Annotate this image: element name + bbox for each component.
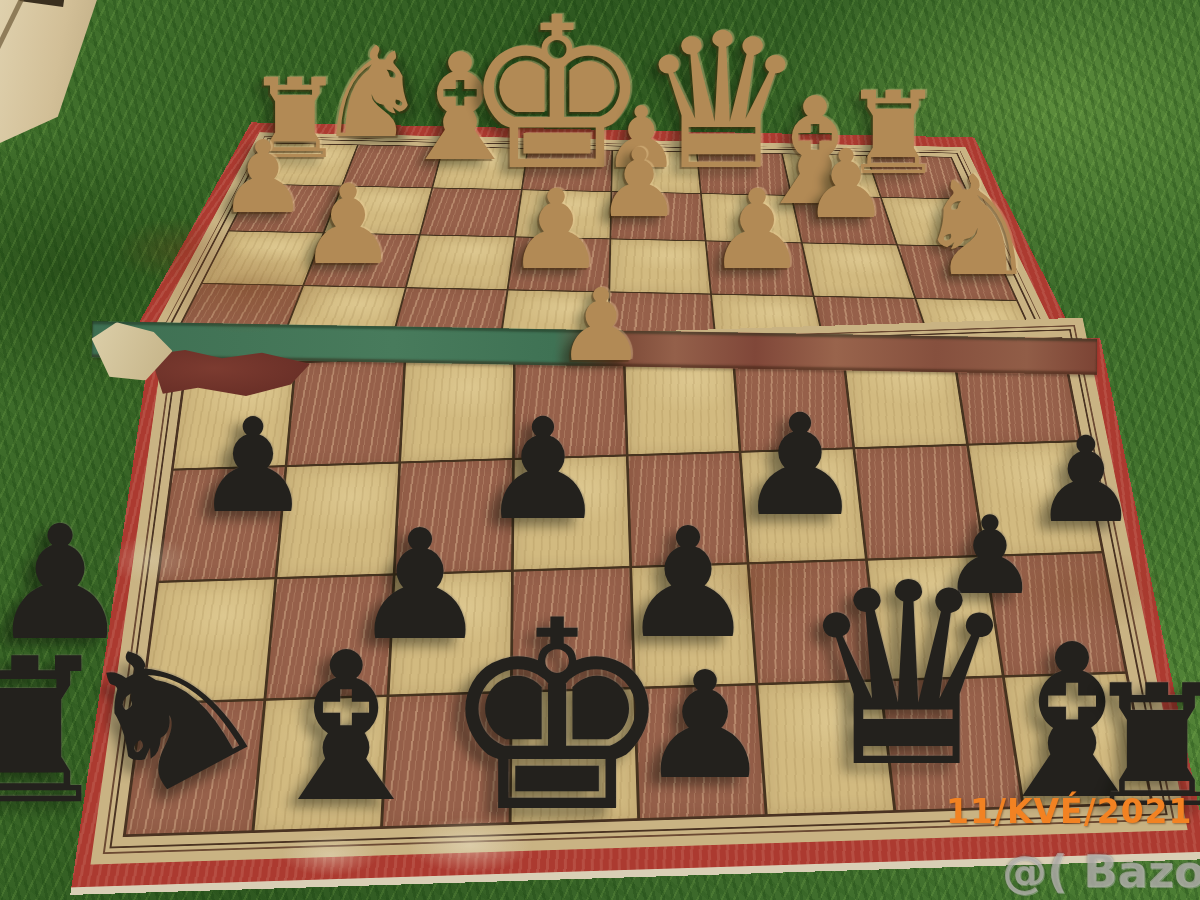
square-c3 bbox=[395, 460, 511, 573]
square-c1 bbox=[383, 693, 510, 826]
watermark-bazos: @( Bazos.cz bbox=[1002, 845, 1200, 898]
square-h2 bbox=[986, 553, 1125, 675]
square-a2 bbox=[143, 579, 274, 702]
square-a6 bbox=[203, 231, 323, 285]
square-h3 bbox=[969, 442, 1101, 555]
square-b3 bbox=[277, 464, 398, 577]
square-e3 bbox=[628, 453, 747, 566]
square-e1 bbox=[636, 685, 766, 818]
square-h7 bbox=[882, 198, 991, 246]
square-b4 bbox=[287, 360, 403, 465]
square-f1 bbox=[759, 682, 894, 815]
square-b8 bbox=[343, 145, 442, 187]
square-c8 bbox=[433, 147, 527, 189]
square-c4 bbox=[401, 356, 513, 461]
square-e6 bbox=[610, 239, 710, 293]
square-f3 bbox=[742, 449, 865, 562]
square-g2 bbox=[868, 557, 1002, 679]
square-e7 bbox=[611, 192, 705, 240]
square-d4 bbox=[514, 353, 625, 458]
square-b1 bbox=[254, 697, 386, 830]
square-h1 bbox=[1005, 674, 1150, 806]
square-b7 bbox=[325, 187, 431, 234]
square-c6 bbox=[407, 235, 514, 289]
square-h8 bbox=[867, 156, 969, 199]
square-f6 bbox=[707, 241, 812, 295]
square-g1 bbox=[882, 678, 1022, 810]
square-d1 bbox=[511, 689, 636, 822]
square-e2 bbox=[632, 565, 756, 687]
square-d6 bbox=[508, 237, 609, 291]
square-d8 bbox=[522, 149, 611, 191]
square-h6 bbox=[898, 245, 1016, 300]
chessboard-near-grid bbox=[126, 339, 1150, 834]
square-f2 bbox=[750, 561, 879, 683]
square-f7 bbox=[702, 194, 800, 242]
square-f8 bbox=[698, 152, 790, 195]
square-d3 bbox=[513, 456, 628, 569]
square-e8 bbox=[612, 151, 700, 194]
square-a1 bbox=[126, 701, 263, 834]
square-b2 bbox=[266, 576, 392, 699]
square-c7 bbox=[420, 189, 520, 237]
square-d7 bbox=[516, 190, 611, 238]
square-g7 bbox=[792, 196, 896, 244]
square-g6 bbox=[802, 243, 914, 297]
square-g8 bbox=[783, 154, 880, 197]
square-d2 bbox=[512, 568, 632, 690]
square-a7 bbox=[230, 185, 341, 232]
date-stamp: 11/KVÉ/2021 bbox=[946, 792, 1193, 831]
square-g3 bbox=[855, 446, 983, 559]
square-c2 bbox=[389, 572, 510, 695]
square-b6 bbox=[305, 233, 419, 287]
square-a3 bbox=[159, 467, 284, 581]
square-a8 bbox=[253, 144, 357, 186]
